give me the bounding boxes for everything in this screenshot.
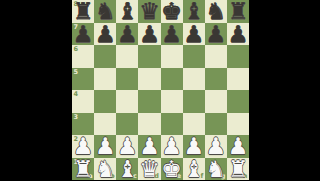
square-h8[interactable]: ♜: [227, 0, 249, 23]
square-f4[interactable]: [183, 90, 205, 113]
square-g7[interactable]: ♟: [205, 23, 227, 46]
rank-label-4: 4: [74, 91, 79, 98]
piece-white-pawn[interactable]: ♟: [183, 135, 204, 158]
piece-black-pawn[interactable]: ♟: [95, 23, 116, 46]
piece-black-king[interactable]: ♚: [161, 0, 182, 23]
piece-black-bishop[interactable]: ♝: [183, 0, 204, 23]
piece-white-knight[interactable]: ♞: [206, 158, 227, 181]
square-e2[interactable]: ♟: [161, 135, 183, 158]
square-b6[interactable]: [94, 45, 116, 68]
piece-black-pawn[interactable]: ♟: [228, 23, 249, 46]
piece-black-pawn[interactable]: ♟: [73, 23, 94, 46]
piece-white-pawn[interactable]: ♟: [95, 135, 116, 158]
square-g5[interactable]: [205, 68, 227, 91]
square-d8[interactable]: ♛: [138, 0, 160, 23]
square-h2[interactable]: ♟: [227, 135, 249, 158]
square-a2[interactable]: 2♟: [72, 135, 94, 158]
square-g6[interactable]: [205, 45, 227, 68]
piece-white-rook[interactable]: ♜: [228, 158, 249, 181]
square-f2[interactable]: ♟: [183, 135, 205, 158]
square-f7[interactable]: ♟: [183, 23, 205, 46]
square-g2[interactable]: ♟: [205, 135, 227, 158]
square-d2[interactable]: ♟: [138, 135, 160, 158]
piece-black-rook[interactable]: ♜: [73, 0, 94, 23]
square-g8[interactable]: ♞: [205, 0, 227, 23]
square-c2[interactable]: ♟: [116, 135, 138, 158]
square-h3[interactable]: [227, 113, 249, 136]
video-frame: 8♜♞♝♛♚♝♞♜7♟♟♟♟♟♟♟♟65432♟♟♟♟♟♟♟♟1a♜b♞c♝d♛…: [0, 0, 320, 180]
square-h5[interactable]: [227, 68, 249, 91]
piece-black-knight[interactable]: ♞: [206, 0, 227, 23]
square-b1[interactable]: b♞: [94, 158, 116, 181]
square-h1[interactable]: h♜: [227, 158, 249, 181]
square-d4[interactable]: [138, 90, 160, 113]
square-b8[interactable]: ♞: [94, 0, 116, 23]
square-h7[interactable]: ♟: [227, 23, 249, 46]
square-a1[interactable]: 1a♜: [72, 158, 94, 181]
piece-white-pawn[interactable]: ♟: [73, 135, 94, 158]
rank-label-6: 6: [74, 46, 79, 53]
square-a3[interactable]: 3: [72, 113, 94, 136]
square-a4[interactable]: 4: [72, 90, 94, 113]
square-c1[interactable]: c♝: [116, 158, 138, 181]
piece-black-knight[interactable]: ♞: [95, 0, 116, 23]
piece-black-rook[interactable]: ♜: [228, 0, 249, 23]
chess-board: 8♜♞♝♛♚♝♞♜7♟♟♟♟♟♟♟♟65432♟♟♟♟♟♟♟♟1a♜b♞c♝d♛…: [72, 0, 249, 180]
piece-white-rook[interactable]: ♜: [73, 158, 94, 181]
square-a5[interactable]: 5: [72, 68, 94, 91]
piece-white-king[interactable]: ♚: [161, 158, 182, 181]
square-c8[interactable]: ♝: [116, 0, 138, 23]
square-g3[interactable]: [205, 113, 227, 136]
piece-black-pawn[interactable]: ♟: [161, 23, 182, 46]
square-b3[interactable]: [94, 113, 116, 136]
piece-white-bishop[interactable]: ♝: [117, 158, 138, 181]
square-e6[interactable]: [161, 45, 183, 68]
rank-label-5: 5: [74, 69, 79, 76]
square-e5[interactable]: [161, 68, 183, 91]
square-a7[interactable]: 7♟: [72, 23, 94, 46]
piece-black-bishop[interactable]: ♝: [117, 0, 138, 23]
square-c5[interactable]: [116, 68, 138, 91]
square-b4[interactable]: [94, 90, 116, 113]
square-g1[interactable]: g♞: [205, 158, 227, 181]
rank-label-3: 3: [74, 114, 79, 121]
square-d6[interactable]: [138, 45, 160, 68]
square-f1[interactable]: f♝: [183, 158, 205, 181]
square-e1[interactable]: e♚: [161, 158, 183, 181]
piece-black-queen[interactable]: ♛: [139, 0, 160, 23]
piece-white-pawn[interactable]: ♟: [117, 135, 138, 158]
square-b5[interactable]: [94, 68, 116, 91]
square-h6[interactable]: [227, 45, 249, 68]
square-f6[interactable]: [183, 45, 205, 68]
piece-white-queen[interactable]: ♛: [139, 158, 160, 181]
square-g4[interactable]: [205, 90, 227, 113]
square-d5[interactable]: [138, 68, 160, 91]
square-e7[interactable]: ♟: [161, 23, 183, 46]
square-b2[interactable]: ♟: [94, 135, 116, 158]
piece-black-pawn[interactable]: ♟: [183, 23, 204, 46]
square-e8[interactable]: ♚: [161, 0, 183, 23]
square-f3[interactable]: [183, 113, 205, 136]
piece-white-pawn[interactable]: ♟: [139, 135, 160, 158]
piece-white-bishop[interactable]: ♝: [183, 158, 204, 181]
square-c4[interactable]: [116, 90, 138, 113]
square-d3[interactable]: [138, 113, 160, 136]
piece-white-pawn[interactable]: ♟: [206, 135, 227, 158]
piece-black-pawn[interactable]: ♟: [117, 23, 138, 46]
square-c6[interactable]: [116, 45, 138, 68]
square-d7[interactable]: ♟: [138, 23, 160, 46]
square-f5[interactable]: [183, 68, 205, 91]
square-e3[interactable]: [161, 113, 183, 136]
square-c3[interactable]: [116, 113, 138, 136]
piece-white-pawn[interactable]: ♟: [228, 135, 249, 158]
square-f8[interactable]: ♝: [183, 0, 205, 23]
square-h4[interactable]: [227, 90, 249, 113]
piece-white-pawn[interactable]: ♟: [161, 135, 182, 158]
piece-black-pawn[interactable]: ♟: [206, 23, 227, 46]
piece-black-pawn[interactable]: ♟: [139, 23, 160, 46]
square-c7[interactable]: ♟: [116, 23, 138, 46]
square-b7[interactable]: ♟: [94, 23, 116, 46]
piece-white-knight[interactable]: ♞: [95, 158, 116, 181]
square-d1[interactable]: d♛: [138, 158, 160, 181]
square-e4[interactable]: [161, 90, 183, 113]
square-a6[interactable]: 6: [72, 45, 94, 68]
square-a8[interactable]: 8♜: [72, 0, 94, 23]
